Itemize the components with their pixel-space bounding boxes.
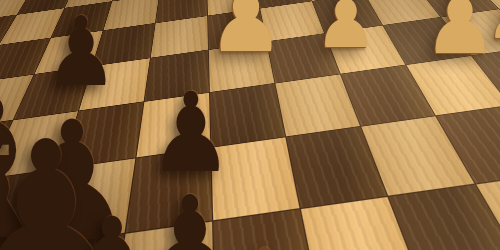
dark-wood-pawn: ♟	[220, 234, 308, 250]
pieces-layer: ♟♟♟♟♟♟♝♟♟♟♟♟♞	[0, 0, 500, 250]
light-wood-pawn: ♟	[315, 0, 377, 60]
chessboard-photo: ♟♟♟♟♟♟♝♟♟♟♟♟♞	[0, 0, 500, 250]
dark-wood-pawn: ♟	[55, 198, 169, 250]
light-wood-pawn: ♟	[208, 0, 284, 67]
light-wood-knight: ♞	[346, 224, 464, 250]
light-wood-pawn: ♟	[423, 0, 496, 68]
